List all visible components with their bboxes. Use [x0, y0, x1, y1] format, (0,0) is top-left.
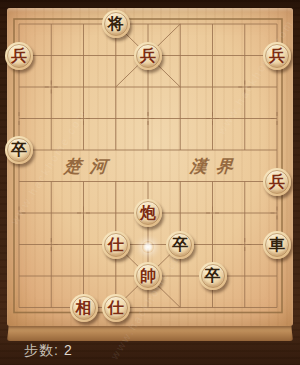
piece-glyph: 卒	[172, 237, 188, 253]
piece-glyph: 仕	[108, 300, 124, 316]
piece-red-soldier[interactable]: 兵	[263, 168, 291, 196]
piece-red-cannon[interactable]: 炮	[134, 199, 162, 227]
piece-red-soldier[interactable]: 兵	[5, 42, 33, 70]
piece-glyph: 卒	[11, 142, 27, 158]
piece-glyph: 兵	[11, 48, 27, 64]
piece-glyph: 相	[76, 300, 92, 316]
piece-glyph: 兵	[269, 48, 285, 64]
piece-black-soldier[interactable]: 卒	[5, 136, 33, 164]
piece-black-soldier[interactable]: 卒	[166, 231, 194, 259]
piece-glyph: 兵	[140, 48, 156, 64]
move-counter-label: 步数:	[24, 342, 59, 358]
move-counter: 步数:2	[24, 342, 73, 360]
piece-glyph: 帥	[140, 268, 156, 284]
piece-glyph: 将	[108, 16, 124, 32]
piece-red-soldier[interactable]: 兵	[134, 42, 162, 70]
pieces-layer: 将兵兵兵卒兵炮仕卒車帥卒相仕	[0, 0, 300, 365]
piece-red-advisor[interactable]: 仕	[102, 231, 130, 259]
game-screen: 楚河 漢界 将兵兵兵卒兵炮仕卒車帥卒相仕 www.hackhome.com ww…	[0, 0, 300, 365]
piece-black-soldier[interactable]: 卒	[199, 262, 227, 290]
piece-red-soldier[interactable]: 兵	[263, 42, 291, 70]
piece-black-general[interactable]: 将	[102, 10, 130, 38]
piece-red-advisor[interactable]: 仕	[102, 294, 130, 322]
piece-red-elephant[interactable]: 相	[70, 294, 98, 322]
move-counter-value: 2	[64, 342, 73, 358]
piece-glyph: 炮	[140, 205, 156, 221]
piece-glyph: 兵	[269, 174, 285, 190]
piece-glyph: 卒	[205, 268, 221, 284]
piece-glyph: 仕	[108, 237, 124, 253]
move-highlight-sparkle	[142, 241, 154, 253]
piece-glyph: 車	[269, 237, 285, 253]
piece-red-general[interactable]: 帥	[134, 262, 162, 290]
piece-black-chariot[interactable]: 車	[263, 231, 291, 259]
